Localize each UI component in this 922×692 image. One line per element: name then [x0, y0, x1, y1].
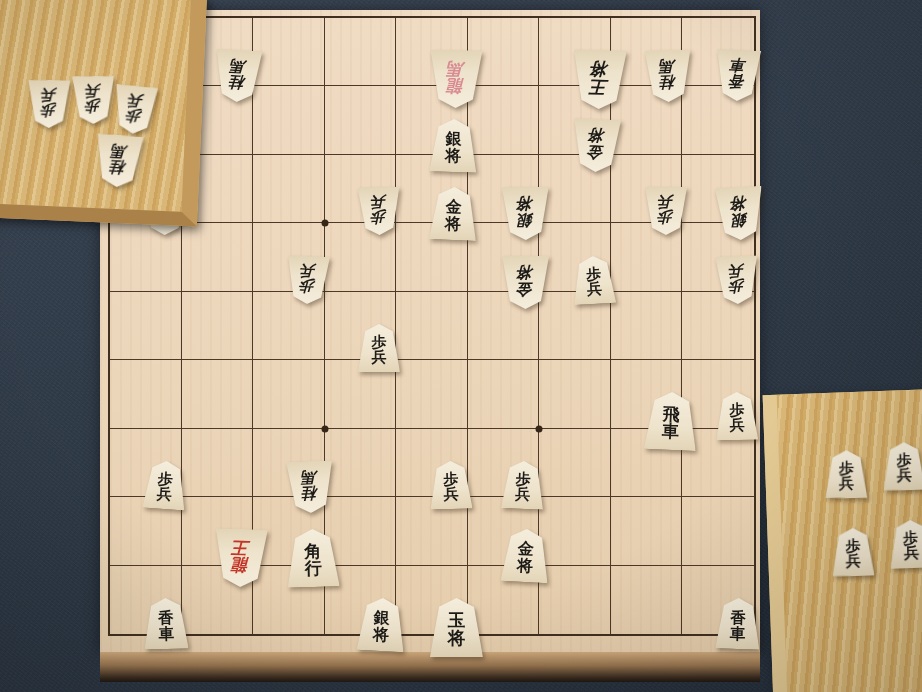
piece-kanji: 兵 — [128, 92, 144, 109]
piece-kanji: 銀 — [517, 212, 533, 228]
piece-kanji: 金 — [588, 143, 605, 160]
piece-kanji: 車 — [158, 625, 174, 641]
piece-kanji: 兵 — [156, 486, 172, 502]
piece-kanji: 歩 — [372, 209, 387, 225]
piece-kanji: 車 — [730, 625, 746, 641]
piece-kanji: 玉 — [448, 611, 466, 629]
piece-kanji: 歩 — [86, 98, 101, 113]
photo-shogi-scene: { "game": "shogi", "scene": { "descripti… — [0, 0, 922, 692]
piece-kanji: 兵 — [839, 476, 854, 491]
board-front-edge — [100, 652, 760, 682]
piece-kanji: 将 — [516, 557, 533, 574]
piece-kanji: 将 — [591, 60, 609, 78]
piece-kanji: 将 — [517, 195, 533, 211]
piece-kanji: 兵 — [587, 281, 603, 297]
piece-kanji: 馬 — [301, 469, 317, 485]
piece-kanji: 馬 — [231, 58, 247, 75]
piece-kanji: 将 — [373, 626, 390, 643]
piece-kanji: 桂 — [660, 74, 676, 90]
piece-layer: 香車桂馬龍馬王将桂馬香車銀将金将歩兵歩兵金将銀将歩兵銀将歩兵金将歩兵歩兵歩兵飛車… — [108, 16, 752, 632]
piece-kanji: 車 — [731, 58, 747, 74]
piece-kanji: 兵 — [42, 87, 57, 102]
piece-kanji: 馬 — [111, 143, 128, 160]
piece-kanji: 歩 — [41, 102, 56, 117]
piece-kanji: 歩 — [658, 209, 673, 224]
piece-kanji: 将 — [445, 215, 462, 232]
piece-kanji: 兵 — [897, 468, 912, 484]
piece-kanji: 将 — [589, 127, 606, 144]
piece-kanji: 車 — [661, 423, 679, 441]
piece-kanji: 兵 — [846, 554, 861, 570]
piece-kanji: 将 — [731, 195, 748, 212]
komadai-sente: 歩兵歩兵歩兵歩兵 — [763, 389, 922, 692]
piece-kanji: 王 — [233, 539, 250, 557]
piece-kanji: 兵 — [514, 487, 530, 503]
piece-kanji: 将 — [445, 147, 461, 164]
piece-kanji: 兵 — [444, 487, 459, 503]
piece-kanji: 兵 — [86, 83, 101, 98]
piece-kanji: 王 — [590, 77, 608, 95]
piece-kanji: 香 — [730, 73, 746, 89]
piece-kanji: 兵 — [372, 194, 387, 210]
piece-kanji: 兵 — [372, 350, 387, 365]
piece-kanji: 馬 — [659, 58, 675, 74]
piece-kanji: 龍 — [232, 556, 249, 574]
piece-kanji: 兵 — [904, 546, 920, 562]
piece-kanji: 兵 — [730, 418, 745, 433]
piece-kanji: 将 — [448, 629, 466, 647]
piece-kanji: 銀 — [732, 211, 749, 228]
piece-kanji: 兵 — [658, 194, 673, 209]
piece-kanji: 将 — [517, 264, 533, 280]
piece-kanji: 龍 — [447, 77, 464, 95]
piece-kanji: 兵 — [300, 262, 316, 278]
komadai-gote: 歩兵歩兵歩兵桂馬 — [0, 0, 207, 227]
piece-kanji: 兵 — [729, 262, 745, 278]
piece-kanji: 行 — [304, 560, 321, 578]
piece-kanji: 馬 — [448, 60, 465, 78]
piece-kanji: 金 — [517, 280, 533, 296]
